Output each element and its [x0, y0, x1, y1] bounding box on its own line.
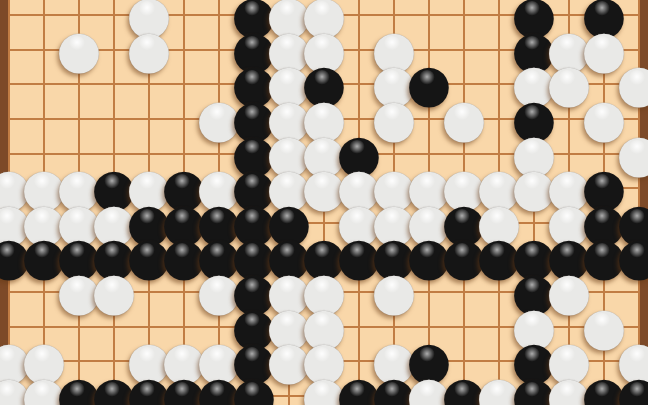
white-stone: ● — [377, 275, 412, 310]
black-stone: ● — [622, 240, 648, 275]
black-stone: ● — [622, 379, 648, 405]
white-stone: ● — [97, 275, 132, 310]
white-stone: ● — [132, 32, 167, 67]
black-stone: ● — [237, 379, 272, 405]
white-stone: ● — [447, 101, 482, 136]
white-stone: ● — [62, 32, 97, 67]
white-stone: ● — [377, 101, 412, 136]
go-board[interactable]: ●●●●●●●●●●●●●●●●●●●●●●●●●●●●●●●●●●●●●●●●… — [0, 0, 648, 405]
